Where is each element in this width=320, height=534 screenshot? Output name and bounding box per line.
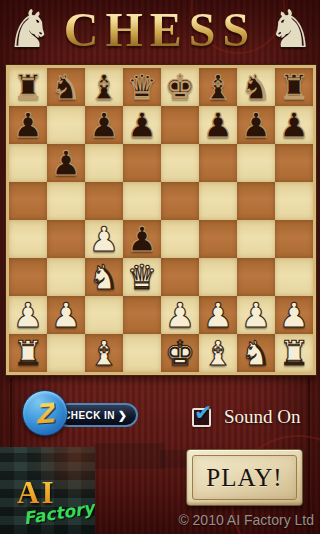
square-h7[interactable]: ♟	[275, 106, 313, 144]
square-a8[interactable]: ♜	[9, 68, 47, 106]
square-f2[interactable]: ♟	[199, 296, 237, 334]
square-e6[interactable]	[161, 144, 199, 182]
square-g1[interactable]: ♞	[237, 334, 275, 372]
play-button-label: PLAY!	[206, 464, 282, 491]
check-in-button[interactable]: CHECK IN ❯	[56, 403, 138, 427]
black-pawn-piece[interactable]: ♟	[127, 106, 157, 144]
black-king-piece[interactable]: ♚	[165, 68, 195, 106]
square-b6[interactable]: ♟	[47, 144, 85, 182]
white-rook-piece[interactable]: ♜	[279, 334, 309, 372]
square-d4[interactable]: ♟	[123, 220, 161, 258]
square-e1[interactable]: ♚	[161, 334, 199, 372]
square-h1[interactable]: ♜	[275, 334, 313, 372]
check-in-label: CHECK IN	[63, 410, 115, 421]
black-knight-piece[interactable]: ♞	[51, 68, 81, 106]
black-pawn-piece[interactable]: ♟	[13, 106, 43, 144]
white-pawn-piece[interactable]: ♟	[241, 296, 271, 334]
square-f4[interactable]	[199, 220, 237, 258]
square-g6[interactable]	[237, 144, 275, 182]
square-a1[interactable]: ♜	[9, 334, 47, 372]
square-b8[interactable]: ♞	[47, 68, 85, 106]
square-d6[interactable]	[123, 144, 161, 182]
board-squares: ♜♞♝♛♚♝♞♜♟♟♟♟♟♟♟♟♟♞♛♟♟♟♟♟♟♜♝♚♝♞♜	[9, 68, 313, 372]
square-f5[interactable]	[199, 182, 237, 220]
square-a4[interactable]	[9, 220, 47, 258]
white-queen-piece[interactable]: ♛	[127, 258, 157, 296]
play-button[interactable]: PLAY!	[186, 449, 303, 506]
white-rook-piece[interactable]: ♜	[13, 334, 43, 372]
square-h2[interactable]: ♟	[275, 296, 313, 334]
square-g5[interactable]	[237, 182, 275, 220]
black-queen-piece[interactable]: ♛	[127, 68, 157, 106]
white-knight-piece[interactable]: ♞	[89, 258, 119, 296]
square-d7[interactable]: ♟	[123, 106, 161, 144]
square-h6[interactable]	[275, 144, 313, 182]
black-bishop-piece[interactable]: ♝	[89, 68, 119, 106]
black-pawn-piece[interactable]: ♟	[127, 220, 157, 258]
square-d5[interactable]	[123, 182, 161, 220]
square-g3[interactable]	[237, 258, 275, 296]
square-b3[interactable]	[47, 258, 85, 296]
chess-app: ♞ CHESS ♞ ♜♞♝♛♚♝♞♜♟♟♟♟♟♟♟♟♟♞♛♟♟♟♟♟♟♜♝♚♝♞…	[0, 0, 320, 534]
square-a5[interactable]	[9, 182, 47, 220]
copyright-text: © 2010 AI Factory Ltd	[178, 512, 314, 528]
square-e2[interactable]: ♟	[161, 296, 199, 334]
square-f1[interactable]: ♝	[199, 334, 237, 372]
black-pawn-piece[interactable]: ♟	[51, 144, 81, 182]
white-pawn-piece[interactable]: ♟	[13, 296, 43, 334]
square-c4[interactable]: ♟	[85, 220, 123, 258]
square-a6[interactable]	[9, 144, 47, 182]
square-g8[interactable]: ♞	[237, 68, 275, 106]
square-g7[interactable]: ♟	[237, 106, 275, 144]
square-c7[interactable]: ♟	[85, 106, 123, 144]
white-pawn-piece[interactable]: ♟	[279, 296, 309, 334]
white-pawn-piece[interactable]: ♟	[51, 296, 81, 334]
square-f8[interactable]: ♝	[199, 68, 237, 106]
z-logo-icon: Z	[34, 397, 56, 429]
square-e8[interactable]: ♚	[161, 68, 199, 106]
ai-factory-logo: AI Factory	[0, 447, 95, 534]
square-f6[interactable]	[199, 144, 237, 182]
square-d8[interactable]: ♛	[123, 68, 161, 106]
black-rook-piece[interactable]: ♜	[279, 68, 309, 106]
white-pawn-piece[interactable]: ♟	[89, 220, 119, 258]
square-b2[interactable]: ♟	[47, 296, 85, 334]
square-h8[interactable]: ♜	[275, 68, 313, 106]
square-c1[interactable]: ♝	[85, 334, 123, 372]
square-d1[interactable]	[123, 334, 161, 372]
square-c2[interactable]	[85, 296, 123, 334]
square-d2[interactable]	[123, 296, 161, 334]
chevron-right-icon: ❯	[118, 409, 127, 422]
black-pawn-piece[interactable]: ♟	[241, 106, 271, 144]
square-a2[interactable]: ♟	[9, 296, 47, 334]
square-c3[interactable]: ♞	[85, 258, 123, 296]
sound-label[interactable]: Sound On	[224, 406, 301, 428]
zeemote-badge[interactable]: Z	[22, 390, 68, 436]
square-h3[interactable]	[275, 258, 313, 296]
right-cord-decoration	[308, 378, 310, 534]
title-bar: ♞ CHESS ♞	[0, 0, 320, 64]
square-h5[interactable]	[275, 182, 313, 220]
white-bishop-piece[interactable]: ♝	[89, 334, 119, 372]
square-e7[interactable]	[161, 106, 199, 144]
knight-icon-right: ♞	[267, 1, 314, 57]
white-bishop-piece[interactable]: ♝	[203, 334, 233, 372]
square-h4[interactable]	[275, 220, 313, 258]
sound-setting: ✔ Sound On	[192, 404, 301, 430]
sound-checkbox[interactable]: ✔	[192, 408, 211, 427]
square-f3[interactable]	[199, 258, 237, 296]
square-e5[interactable]	[161, 182, 199, 220]
square-c5[interactable]	[85, 182, 123, 220]
white-pawn-piece[interactable]: ♟	[165, 296, 195, 334]
square-b7[interactable]	[47, 106, 85, 144]
square-b5[interactable]	[47, 182, 85, 220]
square-b1[interactable]	[47, 334, 85, 372]
white-pawn-piece[interactable]: ♟	[203, 296, 233, 334]
black-knight-piece[interactable]: ♞	[241, 68, 271, 106]
square-a3[interactable]	[9, 258, 47, 296]
black-rook-piece[interactable]: ♜	[13, 68, 43, 106]
square-c6[interactable]	[85, 144, 123, 182]
square-g4[interactable]	[237, 220, 275, 258]
black-pawn-piece[interactable]: ♟	[89, 106, 119, 144]
square-g2[interactable]: ♟	[237, 296, 275, 334]
white-knight-piece[interactable]: ♞	[241, 334, 271, 372]
checkmark-icon: ✔	[194, 400, 212, 426]
check-in-widget[interactable]: CHECK IN ❯ Z	[22, 390, 142, 438]
square-e4[interactable]	[161, 220, 199, 258]
square-c8[interactable]: ♝	[85, 68, 123, 106]
board-frame: ♜♞♝♛♚♝♞♜♟♟♟♟♟♟♟♟♟♞♛♟♟♟♟♟♟♜♝♚♝♞♜	[5, 64, 317, 376]
square-a7[interactable]: ♟	[9, 106, 47, 144]
square-f7[interactable]: ♟	[199, 106, 237, 144]
black-bishop-piece[interactable]: ♝	[203, 68, 233, 106]
black-pawn-piece[interactable]: ♟	[203, 106, 233, 144]
white-king-piece[interactable]: ♚	[165, 334, 195, 372]
square-d3[interactable]: ♛	[123, 258, 161, 296]
black-pawn-piece[interactable]: ♟	[279, 106, 309, 144]
square-b4[interactable]	[47, 220, 85, 258]
square-e3[interactable]	[161, 258, 199, 296]
grunge-texture	[95, 443, 165, 469]
